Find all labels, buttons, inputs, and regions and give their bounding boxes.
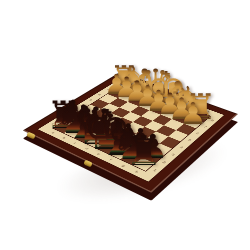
product-photo: abcdefgh abcdefgh 87654321 87654321 ♜♞♝♛… [0,0,250,250]
